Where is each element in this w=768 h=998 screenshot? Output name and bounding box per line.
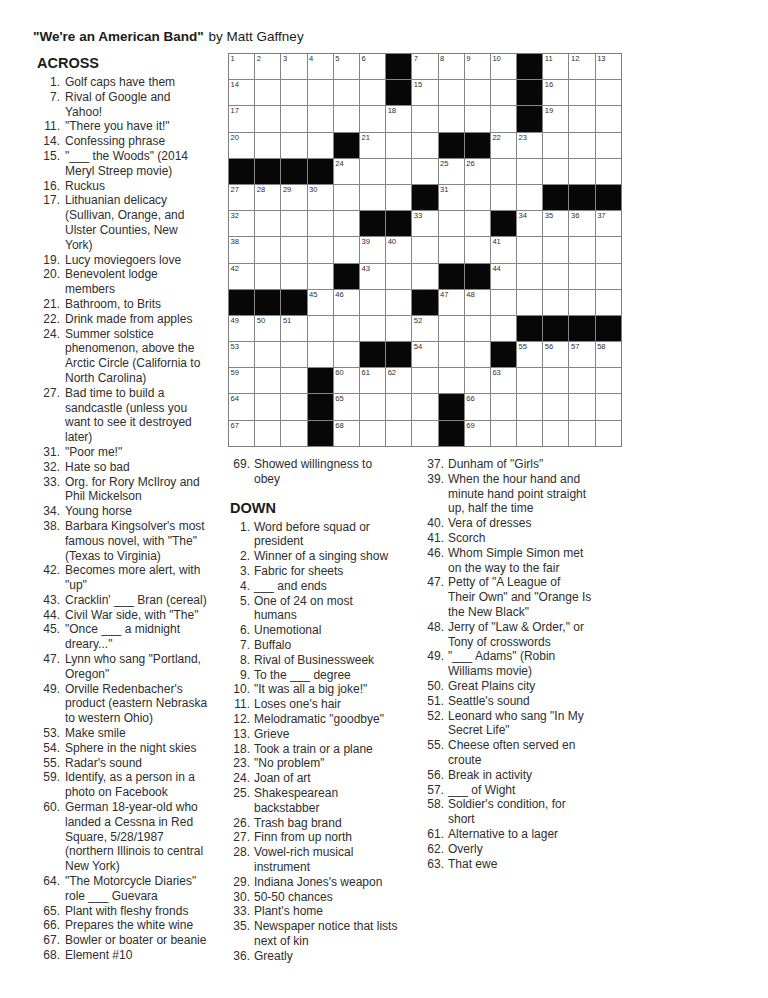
cell-r10c6[interactable] bbox=[360, 290, 385, 315]
cell-r12c10[interactable] bbox=[465, 342, 490, 367]
cell-r6c1[interactable]: 27 bbox=[229, 185, 254, 210]
clue-37: 37.Dunham of "Girls" bbox=[424, 457, 646, 472]
clue-number: 31. bbox=[37, 445, 65, 460]
cell-r13c2[interactable] bbox=[255, 368, 280, 393]
cell-r8c12[interactable] bbox=[517, 237, 542, 262]
cell-r15c6[interactable] bbox=[360, 421, 385, 446]
cell-r1c9[interactable]: 8 bbox=[439, 54, 464, 79]
cell-r7c1[interactable]: 32 bbox=[229, 211, 254, 236]
cell-r2c11[interactable] bbox=[491, 80, 516, 105]
cell-r14c14[interactable] bbox=[569, 394, 594, 419]
cell-r2c4[interactable] bbox=[308, 80, 333, 105]
clue-number: 1. bbox=[37, 75, 65, 90]
cell-r4c8[interactable] bbox=[412, 133, 437, 158]
cell-r14c8[interactable] bbox=[412, 394, 437, 419]
cell-number: 20 bbox=[231, 133, 239, 142]
cell-r4c14[interactable] bbox=[569, 133, 594, 158]
clue-text: Jerry of "Law & Order," or Tony of cross… bbox=[448, 620, 644, 650]
clue-number: 55. bbox=[424, 738, 448, 753]
clue-number: 24. bbox=[230, 771, 254, 786]
cell-r12c13[interactable]: 56 bbox=[543, 342, 568, 367]
clue-number: 28. bbox=[230, 845, 254, 860]
cell-r15c8[interactable] bbox=[412, 421, 437, 446]
cell-r12c8[interactable]: 54 bbox=[412, 342, 437, 367]
cell-r8c2[interactable] bbox=[255, 237, 280, 262]
cell-r9c4[interactable] bbox=[308, 264, 333, 289]
cell-r6c10[interactable] bbox=[465, 185, 490, 210]
cell-r6c6[interactable] bbox=[360, 185, 385, 210]
cell-r11c7[interactable] bbox=[386, 316, 411, 341]
cell-r3c6[interactable] bbox=[360, 106, 385, 131]
cell-r9c15[interactable] bbox=[596, 264, 621, 289]
clue-25: 25.Shakespearean backstabber bbox=[230, 786, 426, 816]
cell-r2c13[interactable]: 16 bbox=[543, 80, 568, 105]
cell-r1c2[interactable]: 2 bbox=[255, 54, 280, 79]
cell-r3c1[interactable]: 17 bbox=[229, 106, 254, 131]
cell-r1c15[interactable]: 13 bbox=[596, 54, 621, 79]
clue-text: Org. for Rory McIlroy and Phil Mickelson bbox=[65, 475, 228, 505]
cell-r9c14[interactable] bbox=[569, 264, 594, 289]
clue-5: 5.One of 24 on most humans bbox=[230, 594, 426, 624]
cell-r15c10[interactable]: 69 bbox=[465, 421, 490, 446]
cell-r3c5[interactable] bbox=[334, 106, 359, 131]
cell-r15c1[interactable]: 67 bbox=[229, 421, 254, 446]
black-cell bbox=[386, 80, 411, 105]
cell-r9c11[interactable]: 44 bbox=[491, 264, 516, 289]
cell-r8c15[interactable] bbox=[596, 237, 621, 262]
cell-r2c9[interactable] bbox=[439, 80, 464, 105]
cell-r10c15[interactable] bbox=[596, 290, 621, 315]
cell-r6c5[interactable] bbox=[334, 185, 359, 210]
clue-52: 52.Leonard who sang "In My Secret Life" bbox=[424, 709, 646, 739]
clue-number: 47. bbox=[424, 575, 448, 590]
cell-r11c6[interactable] bbox=[360, 316, 385, 341]
cell-number: 68 bbox=[335, 421, 343, 430]
cell-r3c15[interactable] bbox=[596, 106, 621, 131]
cell-r3c10[interactable] bbox=[465, 106, 490, 131]
cell-r5c14[interactable] bbox=[569, 159, 594, 184]
clue-text: Grieve bbox=[254, 727, 424, 742]
cell-r13c5[interactable]: 60 bbox=[334, 368, 359, 393]
cell-r10c9[interactable]: 47 bbox=[439, 290, 464, 315]
cell-r14c3[interactable] bbox=[281, 394, 306, 419]
clue-59: 59.Identify, as a person in a photo on F… bbox=[37, 770, 233, 800]
clue-text: German 18-year-old who landed a Cessna i… bbox=[65, 800, 228, 874]
clue-49: 49."___ Adams" (Robin Williams movie) bbox=[424, 649, 646, 679]
cell-r3c4[interactable] bbox=[308, 106, 333, 131]
cell-r9c2[interactable] bbox=[255, 264, 280, 289]
cell-r7c12[interactable]: 34 bbox=[517, 211, 542, 236]
cell-number: 11 bbox=[545, 54, 553, 63]
cell-r8c6[interactable]: 39 bbox=[360, 237, 385, 262]
cell-r14c13[interactable] bbox=[543, 394, 568, 419]
cell-r13c7[interactable]: 62 bbox=[386, 368, 411, 393]
cell-r2c14[interactable] bbox=[569, 80, 594, 105]
cell-r12c4[interactable] bbox=[308, 342, 333, 367]
cell-number: 19 bbox=[545, 106, 553, 115]
clue-number: 67. bbox=[37, 933, 65, 948]
clue-text: "Once ___ a midnight dreary..." bbox=[65, 622, 228, 652]
cell-number: 43 bbox=[361, 264, 369, 273]
clue-text: Element #10 bbox=[65, 948, 228, 963]
cell-r8c9[interactable] bbox=[439, 237, 464, 262]
cell-r12c15[interactable]: 58 bbox=[596, 342, 621, 367]
cell-r11c8[interactable]: 52 bbox=[412, 316, 437, 341]
cell-r15c13[interactable] bbox=[543, 421, 568, 446]
black-cell bbox=[334, 133, 359, 158]
clue-number: 36. bbox=[230, 949, 254, 964]
cell-r8c8[interactable] bbox=[412, 237, 437, 262]
cell-r2c3[interactable] bbox=[281, 80, 306, 105]
cell-r2c1[interactable]: 14 bbox=[229, 80, 254, 105]
cell-number: 65 bbox=[335, 394, 343, 403]
cell-r1c6[interactable]: 6 bbox=[360, 54, 385, 79]
black-cell bbox=[334, 264, 359, 289]
cell-r7c8[interactable]: 33 bbox=[412, 211, 437, 236]
cell-r15c5[interactable]: 68 bbox=[334, 421, 359, 446]
down-clue-list-continued: 37.Dunham of "Girls"39.When the hour han… bbox=[424, 457, 646, 871]
cell-r11c10[interactable] bbox=[465, 316, 490, 341]
cell-r7c13[interactable]: 35 bbox=[543, 211, 568, 236]
across-clue-column: ACROSS 1.Golf caps have them7.Rival of G… bbox=[37, 55, 233, 963]
cell-r9c6[interactable]: 43 bbox=[360, 264, 385, 289]
cell-r15c15[interactable] bbox=[596, 421, 621, 446]
clue-text: Melodramatic "goodbye" bbox=[254, 712, 424, 727]
cell-r8c1[interactable]: 38 bbox=[229, 237, 254, 262]
clue-number: 51. bbox=[424, 694, 448, 709]
cell-r9c13[interactable] bbox=[543, 264, 568, 289]
cell-r15c12[interactable] bbox=[517, 421, 542, 446]
cell-r13c8[interactable] bbox=[412, 368, 437, 393]
cell-r14c11[interactable] bbox=[491, 394, 516, 419]
clue-text: Greatly bbox=[254, 949, 424, 964]
cell-r2c2[interactable] bbox=[255, 80, 280, 105]
cell-r10c12[interactable] bbox=[517, 290, 542, 315]
clue-text: "___ Adams" (Robin Williams movie) bbox=[448, 649, 644, 679]
cell-r9c1[interactable]: 42 bbox=[229, 264, 254, 289]
cell-r3c13[interactable]: 19 bbox=[543, 106, 568, 131]
cell-r15c11[interactable] bbox=[491, 421, 516, 446]
clue-23: 23."No problem" bbox=[230, 756, 426, 771]
cell-r13c10[interactable] bbox=[465, 368, 490, 393]
cell-r5c7[interactable] bbox=[386, 159, 411, 184]
cell-r10c4[interactable]: 45 bbox=[308, 290, 333, 315]
clue-54: 54.Sphere in the night skies bbox=[37, 741, 233, 756]
cell-r14c7[interactable] bbox=[386, 394, 411, 419]
cell-number: 3 bbox=[283, 54, 287, 63]
cell-r4c11[interactable]: 22 bbox=[491, 133, 516, 158]
cell-r12c5[interactable] bbox=[334, 342, 359, 367]
cell-r2c10[interactable] bbox=[465, 80, 490, 105]
cell-r7c4[interactable] bbox=[308, 211, 333, 236]
black-cell bbox=[491, 342, 516, 367]
cell-r7c10[interactable] bbox=[465, 211, 490, 236]
cell-r1c14[interactable]: 12 bbox=[569, 54, 594, 79]
cell-r12c1[interactable]: 53 bbox=[229, 342, 254, 367]
cell-r13c6[interactable]: 61 bbox=[360, 368, 385, 393]
clue-text: "The Motorcycle Diaries" role ___ Guevar… bbox=[65, 874, 228, 904]
cell-r15c3[interactable] bbox=[281, 421, 306, 446]
cell-r6c2[interactable]: 28 bbox=[255, 185, 280, 210]
clue-text: Whom Simple Simon met on the way to the … bbox=[448, 546, 644, 576]
cell-number: 45 bbox=[309, 290, 317, 299]
cell-r8c3[interactable] bbox=[281, 237, 306, 262]
clue-number: 9. bbox=[230, 668, 254, 683]
cell-r6c3[interactable]: 29 bbox=[281, 185, 306, 210]
cell-r1c13[interactable]: 11 bbox=[543, 54, 568, 79]
cell-r15c14[interactable] bbox=[569, 421, 594, 446]
clue-18: 18.Took a train or a plane bbox=[230, 742, 426, 757]
right-clue-column: 37.Dunham of "Girls"39.When the hour han… bbox=[424, 457, 646, 871]
cell-r8c11[interactable]: 41 bbox=[491, 237, 516, 262]
cell-r7c5[interactable] bbox=[334, 211, 359, 236]
clue-number: 26. bbox=[230, 816, 254, 831]
cell-number: 58 bbox=[597, 342, 605, 351]
cell-r4c4[interactable] bbox=[308, 133, 333, 158]
clue-text: Fabric for sheets bbox=[254, 564, 424, 579]
cell-r14c6[interactable] bbox=[360, 394, 385, 419]
cell-r6c9[interactable]: 31 bbox=[439, 185, 464, 210]
cell-r13c9[interactable] bbox=[439, 368, 464, 393]
cell-r5c8[interactable] bbox=[412, 159, 437, 184]
clue-3: 3.Fabric for sheets bbox=[230, 564, 426, 579]
cell-r8c5[interactable] bbox=[334, 237, 359, 262]
clue-15: 15."___ the Woods" (2014 Meryl Streep mo… bbox=[37, 149, 233, 179]
cell-r1c5[interactable]: 5 bbox=[334, 54, 359, 79]
clue-number: 5. bbox=[230, 594, 254, 609]
cell-r4c6[interactable]: 21 bbox=[360, 133, 385, 158]
cell-r2c5[interactable] bbox=[334, 80, 359, 105]
cell-r13c12[interactable] bbox=[517, 368, 542, 393]
cell-r5c15[interactable] bbox=[596, 159, 621, 184]
cell-r1c8[interactable]: 7 bbox=[412, 54, 437, 79]
clue-text: "There you have it!" bbox=[65, 119, 228, 134]
black-cell bbox=[386, 54, 411, 79]
cell-number: 67 bbox=[231, 421, 239, 430]
cell-r13c14[interactable] bbox=[569, 368, 594, 393]
cell-r10c11[interactable] bbox=[491, 290, 516, 315]
clue-text: That ewe bbox=[448, 857, 644, 872]
cell-r2c8[interactable]: 15 bbox=[412, 80, 437, 105]
black-cell bbox=[229, 159, 254, 184]
cell-r11c4[interactable] bbox=[308, 316, 333, 341]
cell-r7c14[interactable]: 36 bbox=[569, 211, 594, 236]
cell-number: 52 bbox=[414, 316, 422, 325]
clue-number: 29. bbox=[230, 875, 254, 890]
cell-r8c14[interactable] bbox=[569, 237, 594, 262]
cell-r11c9[interactable] bbox=[439, 316, 464, 341]
clue-number: 14. bbox=[37, 134, 65, 149]
cell-r4c2[interactable] bbox=[255, 133, 280, 158]
cell-r14c15[interactable] bbox=[596, 394, 621, 419]
clue-text: When the hour hand and minute hand point… bbox=[448, 472, 644, 516]
clue-number: 64. bbox=[37, 874, 65, 889]
cell-r13c15[interactable] bbox=[596, 368, 621, 393]
cell-r3c8[interactable] bbox=[412, 106, 437, 131]
cell-number: 32 bbox=[231, 211, 239, 220]
cell-r7c2[interactable] bbox=[255, 211, 280, 236]
clue-number: 68. bbox=[37, 948, 65, 963]
cell-r10c5[interactable]: 46 bbox=[334, 290, 359, 315]
cell-r3c11[interactable] bbox=[491, 106, 516, 131]
cell-number: 17 bbox=[231, 106, 239, 115]
clue-text: Finn from up north bbox=[254, 830, 424, 845]
cell-r5c11[interactable] bbox=[491, 159, 516, 184]
cell-r3c14[interactable] bbox=[569, 106, 594, 131]
cell-r3c3[interactable] bbox=[281, 106, 306, 131]
cell-r4c12[interactable]: 23 bbox=[517, 133, 542, 158]
clue-51: 51.Seattle's sound bbox=[424, 694, 646, 709]
black-cell bbox=[255, 159, 280, 184]
cell-r14c12[interactable] bbox=[517, 394, 542, 419]
clue-text: To the ___ degree bbox=[254, 668, 424, 683]
cell-number: 26 bbox=[466, 159, 474, 168]
cell-r15c2[interactable] bbox=[255, 421, 280, 446]
cell-r3c7[interactable]: 18 bbox=[386, 106, 411, 131]
cell-r5c6[interactable] bbox=[360, 159, 385, 184]
clue-16: 16.Ruckus bbox=[37, 179, 233, 194]
cell-r5c13[interactable] bbox=[543, 159, 568, 184]
clue-number: 7. bbox=[37, 90, 65, 105]
cell-r3c9[interactable] bbox=[439, 106, 464, 131]
down-header: DOWN bbox=[230, 500, 426, 516]
black-cell bbox=[308, 421, 333, 446]
cell-r11c5[interactable] bbox=[334, 316, 359, 341]
cell-r4c1[interactable]: 20 bbox=[229, 133, 254, 158]
cell-r12c2[interactable] bbox=[255, 342, 280, 367]
clue-number: 41. bbox=[424, 531, 448, 546]
clue-number: 15. bbox=[37, 149, 65, 164]
cell-r4c7[interactable] bbox=[386, 133, 411, 158]
clue-35: 35.Newspaper notice that lists next of k… bbox=[230, 919, 426, 949]
clue-number: 20. bbox=[37, 267, 65, 282]
cell-r6c7[interactable] bbox=[386, 185, 411, 210]
cell-r5c12[interactable] bbox=[517, 159, 542, 184]
clue-number: 33. bbox=[37, 475, 65, 490]
cell-r6c12[interactable] bbox=[517, 185, 542, 210]
cell-r10c7[interactable] bbox=[386, 290, 411, 315]
clue-text: Summer solstice phenomenon, above the Ar… bbox=[65, 327, 228, 386]
cell-r1c3[interactable]: 3 bbox=[281, 54, 306, 79]
clue-49: 49.Orville Redenbacher's product (easter… bbox=[37, 682, 233, 726]
clue-17: 17.Lithuanian delicacy (Sullivan, Orange… bbox=[37, 193, 233, 252]
crossword-grid: 1234567891011121314151617181920212223242… bbox=[228, 53, 622, 447]
cell-r9c8[interactable] bbox=[412, 264, 437, 289]
clue-number: 43. bbox=[37, 593, 65, 608]
clue-7: 7.Rival of Google and Yahoo! bbox=[37, 90, 233, 120]
cell-r6c11[interactable] bbox=[491, 185, 516, 210]
black-cell bbox=[543, 185, 568, 210]
clue-number: 35. bbox=[230, 919, 254, 934]
cell-r1c10[interactable]: 9 bbox=[465, 54, 490, 79]
cell-r14c5[interactable]: 65 bbox=[334, 394, 359, 419]
cell-r11c2[interactable]: 50 bbox=[255, 316, 280, 341]
cell-r12c14[interactable]: 57 bbox=[569, 342, 594, 367]
cell-number: 14 bbox=[231, 80, 239, 89]
cell-r9c7[interactable] bbox=[386, 264, 411, 289]
cell-r8c10[interactable] bbox=[465, 237, 490, 262]
cell-r14c2[interactable] bbox=[255, 394, 280, 419]
cell-r5c10[interactable]: 26 bbox=[465, 159, 490, 184]
cell-r5c5[interactable]: 24 bbox=[334, 159, 359, 184]
clue-46: 46.Whom Simple Simon met on the way to t… bbox=[424, 546, 646, 576]
cell-r13c3[interactable] bbox=[281, 368, 306, 393]
cell-r7c9[interactable] bbox=[439, 211, 464, 236]
black-cell bbox=[386, 342, 411, 367]
cell-r4c13[interactable] bbox=[543, 133, 568, 158]
cell-r13c11[interactable]: 63 bbox=[491, 368, 516, 393]
clue-number: 24. bbox=[37, 327, 65, 342]
clue-text: Petty of "A League of Their Own" and "Or… bbox=[448, 575, 644, 619]
cell-r6c4[interactable]: 30 bbox=[308, 185, 333, 210]
cell-r8c13[interactable] bbox=[543, 237, 568, 262]
cell-r12c3[interactable] bbox=[281, 342, 306, 367]
clue-number: 55. bbox=[37, 756, 65, 771]
cell-number: 9 bbox=[466, 54, 470, 63]
cell-number: 13 bbox=[597, 54, 605, 63]
cell-r1c1[interactable]: 1 bbox=[229, 54, 254, 79]
cell-r10c14[interactable] bbox=[569, 290, 594, 315]
cell-r12c9[interactable] bbox=[439, 342, 464, 367]
cell-r2c6[interactable] bbox=[360, 80, 385, 105]
cell-r15c7[interactable] bbox=[386, 421, 411, 446]
black-cell bbox=[439, 421, 464, 446]
cell-r11c1[interactable]: 49 bbox=[229, 316, 254, 341]
clue-text: "Poor me!" bbox=[65, 445, 228, 460]
cell-r13c1[interactable]: 59 bbox=[229, 368, 254, 393]
clue-24: 24.Joan of art bbox=[230, 771, 426, 786]
clue-text: Plant's home bbox=[254, 904, 424, 919]
clue-65: 65.Plant with fleshy fronds bbox=[37, 904, 233, 919]
cell-number: 23 bbox=[519, 133, 527, 142]
cell-number: 38 bbox=[231, 237, 239, 246]
cell-r8c4[interactable] bbox=[308, 237, 333, 262]
cell-r3c2[interactable] bbox=[255, 106, 280, 131]
cell-number: 25 bbox=[440, 159, 448, 168]
cell-number: 6 bbox=[361, 54, 365, 63]
cell-r9c3[interactable] bbox=[281, 264, 306, 289]
cell-r4c15[interactable] bbox=[596, 133, 621, 158]
cell-r13c13[interactable] bbox=[543, 368, 568, 393]
clue-number: 12. bbox=[230, 712, 254, 727]
cell-r1c11[interactable]: 10 bbox=[491, 54, 516, 79]
clue-text: Showed willingness to obey bbox=[254, 457, 424, 487]
black-cell bbox=[596, 316, 621, 341]
cell-r14c1[interactable]: 64 bbox=[229, 394, 254, 419]
cell-r2c15[interactable] bbox=[596, 80, 621, 105]
cell-r1c4[interactable]: 4 bbox=[308, 54, 333, 79]
clue-30: 30.50-50 chances bbox=[230, 890, 426, 905]
cell-r14c10[interactable]: 66 bbox=[465, 394, 490, 419]
cell-r10c10[interactable]: 48 bbox=[465, 290, 490, 315]
cell-r11c11[interactable] bbox=[491, 316, 516, 341]
cell-number: 62 bbox=[388, 368, 396, 377]
clue-text: Young horse bbox=[65, 504, 228, 519]
cell-r10c13[interactable] bbox=[543, 290, 568, 315]
cell-r5c9[interactable]: 25 bbox=[439, 159, 464, 184]
cell-r4c3[interactable] bbox=[281, 133, 306, 158]
cell-r12c12[interactable]: 55 bbox=[517, 342, 542, 367]
cell-r11c3[interactable]: 51 bbox=[281, 316, 306, 341]
clue-number: 56. bbox=[424, 768, 448, 783]
cell-number: 33 bbox=[414, 211, 422, 220]
cell-number: 36 bbox=[571, 211, 579, 220]
cell-r9c12[interactable] bbox=[517, 264, 542, 289]
clue-48: 48.Jerry of "Law & Order," or Tony of cr… bbox=[424, 620, 646, 650]
cell-r8c7[interactable]: 40 bbox=[386, 237, 411, 262]
cell-r7c15[interactable]: 37 bbox=[596, 211, 621, 236]
cell-r7c3[interactable] bbox=[281, 211, 306, 236]
